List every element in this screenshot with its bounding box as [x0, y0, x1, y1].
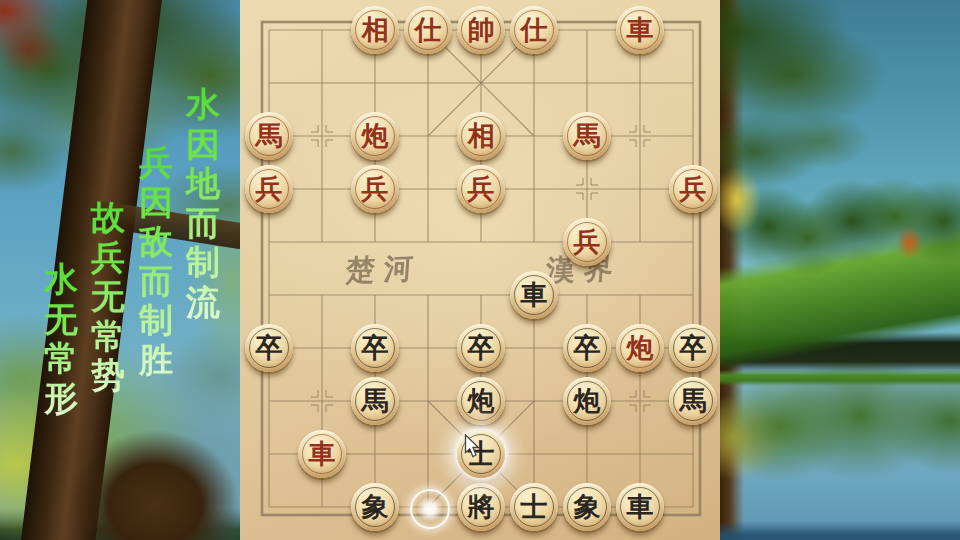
piece-black-cannon[interactable]: 炮: [563, 377, 611, 425]
piece-red-cannon[interactable]: 炮: [351, 112, 399, 160]
mouse-cursor-icon: [464, 434, 481, 463]
piece-red-cannon[interactable]: 炮: [616, 324, 664, 372]
piece-red-soldier[interactable]: 兵: [457, 165, 505, 213]
piece-black-elephant[interactable]: 象: [563, 483, 611, 531]
quote-character: 胜: [137, 341, 175, 381]
piece-red-soldier[interactable]: 兵: [245, 165, 293, 213]
quote-character: 而: [184, 204, 222, 244]
piece-black-soldier[interactable]: 卒: [351, 324, 399, 372]
quote-character: 流: [184, 283, 222, 323]
quote-column-4: 水无常形: [42, 260, 80, 418]
piece-black-soldier[interactable]: 卒: [457, 324, 505, 372]
piece-glyph: 相: [362, 16, 389, 43]
piece-black-cannon[interactable]: 炮: [457, 377, 505, 425]
quote-column-2: 兵因敌而制胜: [137, 143, 175, 380]
piece-glyph: 卒: [468, 334, 495, 361]
piece-red-soldier[interactable]: 兵: [351, 165, 399, 213]
quote-character: 制: [184, 243, 222, 283]
piece-red-chariot[interactable]: 車: [298, 430, 346, 478]
piece-glyph: 炮: [627, 334, 654, 361]
piece-glyph: 象: [362, 493, 389, 520]
quote-character: 无: [89, 277, 127, 317]
quote-character: 势: [89, 356, 127, 396]
quote-character: 兵: [137, 143, 175, 183]
piece-black-elephant[interactable]: 象: [351, 483, 399, 531]
piece-red-soldier[interactable]: 兵: [669, 165, 717, 213]
quote-character: 因: [137, 183, 175, 223]
piece-glyph: 相: [468, 122, 495, 149]
piece-black-soldier[interactable]: 卒: [563, 324, 611, 372]
piece-black-soldier[interactable]: 卒: [669, 324, 717, 372]
piece-glyph: 馬: [574, 122, 601, 149]
piece-glyph: 馬: [256, 122, 283, 149]
piece-red-elephant[interactable]: 相: [351, 6, 399, 54]
piece-glyph: 炮: [574, 387, 601, 414]
xiangqi-app-screen: 水因地而制流兵因敌而制胜故兵无常势水无常形 楚河 漢界 相仕帥仕車馬炮相馬兵兵兵…: [0, 0, 960, 540]
piece-black-advisor[interactable]: 士: [510, 483, 558, 531]
piece-black-horse[interactable]: 馬: [669, 377, 717, 425]
piece-black-general[interactable]: 將: [457, 483, 505, 531]
piece-red-chariot[interactable]: 車: [616, 6, 664, 54]
piece-black-chariot[interactable]: 車: [616, 483, 664, 531]
piece-glyph: 卒: [680, 334, 707, 361]
piece-red-general[interactable]: 帥: [457, 6, 505, 54]
piece-glyph: 車: [309, 440, 336, 467]
quote-character: 地: [184, 164, 222, 204]
piece-glyph: 炮: [468, 387, 495, 414]
tree-trunk-base: [70, 430, 240, 540]
piece-glyph: 炮: [362, 122, 389, 149]
piece-glyph: 將: [468, 493, 495, 520]
piece-glyph: 馬: [362, 387, 389, 414]
quote-character: 水: [42, 260, 80, 300]
piece-glyph: 卒: [256, 334, 283, 361]
piece-glyph: 仕: [415, 16, 442, 43]
piece-glyph: 兵: [680, 175, 707, 202]
background-photo-right: [720, 0, 960, 540]
piece-glyph: 帥: [468, 16, 495, 43]
piece-red-horse[interactable]: 馬: [245, 112, 293, 160]
piece-red-soldier[interactable]: 兵: [563, 218, 611, 266]
piece-glyph: 兵: [256, 175, 283, 202]
piece-red-horse[interactable]: 馬: [563, 112, 611, 160]
quote-character: 形: [42, 379, 80, 419]
piece-red-advisor[interactable]: 仕: [404, 6, 452, 54]
piece-glyph: 卒: [362, 334, 389, 361]
piece-glyph: 車: [521, 281, 548, 308]
quote-column-1: 水因地而制流: [184, 85, 222, 322]
quote-character: 制: [137, 301, 175, 341]
piece-black-soldier[interactable]: 卒: [245, 324, 293, 372]
quote-character: 而: [137, 262, 175, 302]
quote-character: 因: [184, 125, 222, 165]
quote-character: 故: [89, 198, 127, 238]
piece-glyph: 兵: [574, 228, 601, 255]
piece-glyph: 車: [627, 16, 654, 43]
quote-character: 常: [42, 339, 80, 379]
river-label-left: 楚河: [344, 249, 423, 292]
piece-glyph: 馬: [680, 387, 707, 414]
quote-character: 无: [42, 300, 80, 340]
piece-black-chariot[interactable]: 車: [510, 271, 558, 319]
piece-glyph: 卒: [574, 334, 601, 361]
quote-character: 兵: [89, 238, 127, 278]
piece-red-advisor[interactable]: 仕: [510, 6, 558, 54]
quote-character: 敌: [137, 222, 175, 262]
piece-glyph: 士: [521, 493, 548, 520]
piece-glyph: 車: [627, 493, 654, 520]
piece-black-horse[interactable]: 馬: [351, 377, 399, 425]
piece-red-elephant[interactable]: 相: [457, 112, 505, 160]
piece-glyph: 兵: [468, 175, 495, 202]
xiangqi-board[interactable]: 楚河 漢界 相仕帥仕車馬炮相馬兵兵兵兵兵車卒卒卒卒炮卒馬炮炮馬車士象將士象車: [240, 0, 720, 540]
move-origin-marker: [410, 489, 450, 529]
quote-character: 水: [184, 85, 222, 125]
piece-glyph: 兵: [362, 175, 389, 202]
piece-glyph: 象: [574, 493, 601, 520]
quote-character: 常: [89, 317, 127, 357]
quote-column-3: 故兵无常势: [89, 198, 127, 396]
piece-glyph: 仕: [521, 16, 548, 43]
